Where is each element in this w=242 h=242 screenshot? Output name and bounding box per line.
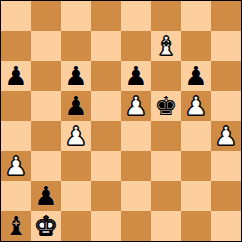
piece-black-pawn[interactable]: ♟ bbox=[4, 61, 27, 91]
square-e7[interactable] bbox=[121, 31, 151, 61]
piece-black-pawn[interactable]: ♟ bbox=[184, 61, 207, 91]
square-d8[interactable] bbox=[91, 1, 121, 31]
square-b2[interactable]: ♟ bbox=[31, 181, 61, 211]
square-h3[interactable] bbox=[211, 151, 241, 181]
piece-black-pawn[interactable]: ♟ bbox=[64, 61, 87, 91]
square-f2[interactable] bbox=[151, 181, 181, 211]
square-b1[interactable]: ♚ bbox=[31, 211, 61, 241]
square-e5[interactable]: ♟ bbox=[121, 91, 151, 121]
square-b4[interactable] bbox=[31, 121, 61, 151]
square-f3[interactable] bbox=[151, 151, 181, 181]
square-b3[interactable] bbox=[31, 151, 61, 181]
square-g6[interactable]: ♟ bbox=[181, 61, 211, 91]
square-c2[interactable] bbox=[61, 181, 91, 211]
square-b6[interactable] bbox=[31, 61, 61, 91]
square-h2[interactable] bbox=[211, 181, 241, 211]
square-a7[interactable] bbox=[1, 31, 31, 61]
square-e2[interactable] bbox=[121, 181, 151, 211]
square-g2[interactable] bbox=[181, 181, 211, 211]
square-a1[interactable]: ♝ bbox=[1, 211, 31, 241]
square-h8[interactable] bbox=[211, 1, 241, 31]
piece-black-king[interactable]: ♚ bbox=[154, 91, 177, 121]
square-e8[interactable] bbox=[121, 1, 151, 31]
piece-white-pawn[interactable]: ♟ bbox=[124, 91, 147, 121]
piece-black-pawn[interactable]: ♟ bbox=[124, 61, 147, 91]
square-a4[interactable] bbox=[1, 121, 31, 151]
square-f5[interactable]: ♚ bbox=[151, 91, 181, 121]
chess-board: ♝♟♟♟♟♟♟♚♟♟♟♟♟♝♚ bbox=[0, 0, 242, 242]
square-c5[interactable]: ♟ bbox=[61, 91, 91, 121]
piece-white-bishop[interactable]: ♝ bbox=[154, 31, 177, 61]
piece-white-pawn[interactable]: ♟ bbox=[214, 121, 237, 151]
square-g7[interactable] bbox=[181, 31, 211, 61]
square-g8[interactable] bbox=[181, 1, 211, 31]
square-d1[interactable] bbox=[91, 211, 121, 241]
square-e6[interactable]: ♟ bbox=[121, 61, 151, 91]
piece-white-pawn[interactable]: ♟ bbox=[64, 121, 87, 151]
square-c7[interactable] bbox=[61, 31, 91, 61]
square-d3[interactable] bbox=[91, 151, 121, 181]
square-g1[interactable] bbox=[181, 211, 211, 241]
square-a3[interactable]: ♟ bbox=[1, 151, 31, 181]
square-g4[interactable] bbox=[181, 121, 211, 151]
square-d6[interactable] bbox=[91, 61, 121, 91]
square-c6[interactable]: ♟ bbox=[61, 61, 91, 91]
square-g3[interactable] bbox=[181, 151, 211, 181]
square-e4[interactable] bbox=[121, 121, 151, 151]
square-b5[interactable] bbox=[31, 91, 61, 121]
square-f6[interactable] bbox=[151, 61, 181, 91]
square-d7[interactable] bbox=[91, 31, 121, 61]
square-b8[interactable] bbox=[31, 1, 61, 31]
square-e1[interactable] bbox=[121, 211, 151, 241]
piece-black-pawn[interactable]: ♟ bbox=[34, 181, 57, 211]
square-d2[interactable] bbox=[91, 181, 121, 211]
square-c3[interactable] bbox=[61, 151, 91, 181]
square-f4[interactable] bbox=[151, 121, 181, 151]
square-h5[interactable] bbox=[211, 91, 241, 121]
square-b7[interactable] bbox=[31, 31, 61, 61]
piece-white-pawn[interactable]: ♟ bbox=[184, 91, 207, 121]
chess-board-screenshot: ♝♟♟♟♟♟♟♚♟♟♟♟♟♝♚ bbox=[0, 0, 242, 242]
square-h7[interactable] bbox=[211, 31, 241, 61]
square-a6[interactable]: ♟ bbox=[1, 61, 31, 91]
square-a8[interactable] bbox=[1, 1, 31, 31]
square-h4[interactable]: ♟ bbox=[211, 121, 241, 151]
square-c4[interactable]: ♟ bbox=[61, 121, 91, 151]
square-h1[interactable] bbox=[211, 211, 241, 241]
square-f8[interactable] bbox=[151, 1, 181, 31]
square-d4[interactable] bbox=[91, 121, 121, 151]
piece-white-king[interactable]: ♚ bbox=[34, 211, 57, 241]
square-c8[interactable] bbox=[61, 1, 91, 31]
piece-black-pawn[interactable]: ♟ bbox=[64, 91, 87, 121]
square-c1[interactable] bbox=[61, 211, 91, 241]
square-e3[interactable] bbox=[121, 151, 151, 181]
square-d5[interactable] bbox=[91, 91, 121, 121]
square-g5[interactable]: ♟ bbox=[181, 91, 211, 121]
square-a5[interactable] bbox=[1, 91, 31, 121]
square-f7[interactable]: ♝ bbox=[151, 31, 181, 61]
square-a2[interactable] bbox=[1, 181, 31, 211]
piece-white-pawn[interactable]: ♟ bbox=[4, 151, 27, 181]
piece-black-bishop[interactable]: ♝ bbox=[4, 211, 27, 241]
square-h6[interactable] bbox=[211, 61, 241, 91]
square-f1[interactable] bbox=[151, 211, 181, 241]
